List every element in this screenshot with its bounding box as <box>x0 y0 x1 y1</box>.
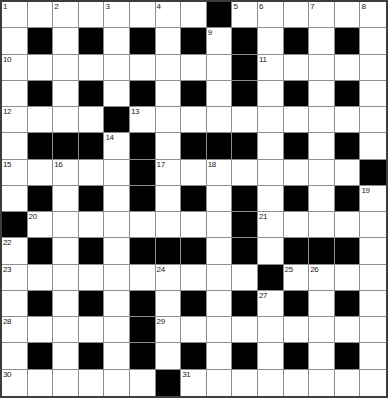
black-cell <box>28 81 54 107</box>
white-cell[interactable] <box>207 212 233 238</box>
white-cell[interactable] <box>2 343 28 369</box>
white-cell[interactable] <box>104 186 130 212</box>
white-cell[interactable] <box>207 317 233 343</box>
white-cell[interactable]: 5 <box>232 2 258 28</box>
white-cell[interactable]: 7 <box>309 2 335 28</box>
white-cell[interactable]: 9 <box>207 28 233 54</box>
white-cell[interactable] <box>130 55 156 81</box>
white-cell[interactable] <box>104 291 130 317</box>
white-cell[interactable] <box>258 28 284 54</box>
white-cell[interactable] <box>181 160 207 186</box>
clue-number: 30 <box>3 370 11 379</box>
black-cell <box>130 133 156 159</box>
white-cell[interactable] <box>53 238 79 264</box>
black-cell <box>53 133 79 159</box>
white-cell[interactable] <box>309 160 335 186</box>
white-cell[interactable] <box>335 55 361 81</box>
white-cell[interactable] <box>258 238 284 264</box>
white-cell[interactable] <box>360 55 386 81</box>
clue-number: 22 <box>3 238 11 247</box>
black-cell <box>309 238 335 264</box>
clue-number: 1 <box>3 2 7 11</box>
white-cell[interactable] <box>28 107 54 133</box>
white-cell[interactable] <box>309 317 335 343</box>
black-cell <box>232 343 258 369</box>
white-cell[interactable] <box>258 343 284 369</box>
black-cell <box>28 291 54 317</box>
white-cell[interactable] <box>309 55 335 81</box>
white-cell[interactable] <box>156 186 182 212</box>
white-cell[interactable] <box>130 212 156 238</box>
clue-number: 24 <box>157 265 165 274</box>
white-cell[interactable] <box>53 291 79 317</box>
black-cell <box>207 2 233 28</box>
white-cell[interactable] <box>360 81 386 107</box>
white-cell[interactable] <box>53 212 79 238</box>
black-cell <box>232 291 258 317</box>
white-cell[interactable] <box>309 28 335 54</box>
white-cell[interactable] <box>284 370 310 396</box>
black-cell <box>181 28 207 54</box>
black-cell <box>232 212 258 238</box>
clue-number: 8 <box>361 2 365 11</box>
black-cell <box>284 343 310 369</box>
black-cell <box>335 186 361 212</box>
white-cell[interactable]: 11 <box>258 55 284 81</box>
white-cell[interactable] <box>207 343 233 369</box>
white-cell[interactable]: 13 <box>130 107 156 133</box>
white-cell[interactable] <box>309 343 335 369</box>
white-cell[interactable] <box>258 160 284 186</box>
white-cell[interactable] <box>53 265 79 291</box>
crossword-grid: 1234567891011121314151617181920212223242… <box>0 0 388 398</box>
white-cell[interactable] <box>309 212 335 238</box>
white-cell[interactable] <box>156 212 182 238</box>
white-cell[interactable] <box>258 81 284 107</box>
clue-number: 17 <box>157 160 165 169</box>
white-cell[interactable]: 31 <box>181 370 207 396</box>
black-cell <box>28 28 54 54</box>
clue-number: 21 <box>259 212 267 221</box>
white-cell[interactable]: 20 <box>28 212 54 238</box>
black-cell <box>284 28 310 54</box>
black-cell <box>130 291 156 317</box>
white-cell[interactable] <box>28 55 54 81</box>
clue-number: 15 <box>3 160 11 169</box>
black-cell <box>104 107 130 133</box>
white-cell[interactable] <box>207 370 233 396</box>
white-cell[interactable] <box>104 317 130 343</box>
white-cell[interactable] <box>156 28 182 54</box>
white-cell[interactable] <box>258 133 284 159</box>
black-cell <box>130 28 156 54</box>
white-cell[interactable] <box>309 81 335 107</box>
white-cell[interactable] <box>53 107 79 133</box>
white-cell[interactable] <box>181 317 207 343</box>
white-cell[interactable] <box>2 186 28 212</box>
white-cell[interactable] <box>181 55 207 81</box>
black-cell <box>130 238 156 264</box>
white-cell[interactable] <box>79 370 105 396</box>
white-cell[interactable] <box>53 343 79 369</box>
white-cell[interactable]: 19 <box>360 186 386 212</box>
white-cell[interactable] <box>104 55 130 81</box>
white-cell[interactable] <box>335 2 361 28</box>
white-cell[interactable] <box>2 28 28 54</box>
white-cell[interactable] <box>335 265 361 291</box>
white-cell[interactable] <box>258 107 284 133</box>
white-cell[interactable] <box>79 212 105 238</box>
white-cell[interactable] <box>258 317 284 343</box>
black-cell <box>284 291 310 317</box>
white-cell[interactable] <box>104 343 130 369</box>
clue-number: 16 <box>54 160 62 169</box>
white-cell[interactable] <box>28 2 54 28</box>
black-cell <box>28 133 54 159</box>
white-cell[interactable] <box>207 81 233 107</box>
white-cell[interactable]: 6 <box>258 2 284 28</box>
white-cell[interactable] <box>360 265 386 291</box>
clue-number: 9 <box>208 28 212 37</box>
white-cell[interactable] <box>207 291 233 317</box>
white-cell[interactable]: 27 <box>258 291 284 317</box>
white-cell[interactable] <box>232 317 258 343</box>
black-cell <box>181 133 207 159</box>
clue-number: 13 <box>131 107 139 116</box>
black-cell <box>130 81 156 107</box>
black-cell <box>79 28 105 54</box>
clue-number: 19 <box>361 186 369 195</box>
white-cell[interactable] <box>360 317 386 343</box>
black-cell <box>335 343 361 369</box>
clue-number: 26 <box>310 265 318 274</box>
white-cell[interactable]: 18 <box>207 160 233 186</box>
clue-number: 5 <box>233 2 237 11</box>
clue-number: 25 <box>285 265 293 274</box>
white-cell[interactable]: 29 <box>156 317 182 343</box>
black-cell <box>79 133 105 159</box>
black-cell <box>156 370 182 396</box>
black-cell <box>79 81 105 107</box>
black-cell <box>130 317 156 343</box>
white-cell[interactable]: 16 <box>53 160 79 186</box>
black-cell <box>284 238 310 264</box>
black-cell <box>79 186 105 212</box>
white-cell[interactable]: 25 <box>284 265 310 291</box>
black-cell <box>79 238 105 264</box>
white-cell[interactable] <box>28 265 54 291</box>
black-cell <box>207 133 233 159</box>
white-cell[interactable] <box>130 2 156 28</box>
white-cell[interactable] <box>232 265 258 291</box>
white-cell[interactable] <box>53 28 79 54</box>
clue-number: 28 <box>3 317 11 326</box>
white-cell[interactable] <box>360 370 386 396</box>
white-cell[interactable] <box>284 317 310 343</box>
white-cell[interactable] <box>53 186 79 212</box>
white-cell[interactable] <box>207 186 233 212</box>
white-cell[interactable] <box>181 2 207 28</box>
white-cell[interactable]: 12 <box>2 107 28 133</box>
white-cell[interactable] <box>335 370 361 396</box>
clue-number: 7 <box>310 2 314 11</box>
white-cell[interactable] <box>360 28 386 54</box>
white-cell[interactable] <box>232 160 258 186</box>
white-cell[interactable] <box>156 107 182 133</box>
white-cell[interactable] <box>309 107 335 133</box>
white-cell[interactable]: 8 <box>360 2 386 28</box>
white-cell[interactable] <box>53 55 79 81</box>
white-cell[interactable] <box>53 317 79 343</box>
black-cell <box>28 238 54 264</box>
white-cell[interactable] <box>28 370 54 396</box>
clue-number: 3 <box>105 2 109 11</box>
white-cell[interactable]: 23 <box>2 265 28 291</box>
white-cell[interactable] <box>335 317 361 343</box>
white-cell[interactable] <box>258 370 284 396</box>
white-cell[interactable] <box>360 238 386 264</box>
white-cell[interactable] <box>232 370 258 396</box>
white-cell[interactable]: 17 <box>156 160 182 186</box>
white-cell[interactable] <box>232 107 258 133</box>
black-cell <box>335 291 361 317</box>
white-cell[interactable] <box>2 291 28 317</box>
white-cell[interactable] <box>181 212 207 238</box>
black-cell <box>79 291 105 317</box>
clue-number: 23 <box>3 265 11 274</box>
white-cell[interactable] <box>2 81 28 107</box>
white-cell[interactable] <box>284 55 310 81</box>
clue-number: 11 <box>259 55 267 64</box>
white-cell[interactable] <box>28 160 54 186</box>
white-cell[interactable] <box>156 291 182 317</box>
white-cell[interactable] <box>309 186 335 212</box>
black-cell <box>130 160 156 186</box>
black-cell <box>28 186 54 212</box>
white-cell[interactable] <box>53 370 79 396</box>
white-cell[interactable] <box>130 370 156 396</box>
white-cell[interactable] <box>79 55 105 81</box>
black-cell <box>232 55 258 81</box>
black-cell <box>181 291 207 317</box>
white-cell[interactable] <box>207 238 233 264</box>
white-cell[interactable] <box>28 317 54 343</box>
black-cell <box>28 343 54 369</box>
clue-number: 10 <box>3 55 11 64</box>
black-cell <box>284 133 310 159</box>
black-cell <box>181 81 207 107</box>
black-cell <box>258 265 284 291</box>
black-cell <box>156 238 182 264</box>
white-cell[interactable] <box>309 133 335 159</box>
black-cell <box>232 186 258 212</box>
white-cell[interactable] <box>207 265 233 291</box>
black-cell <box>335 28 361 54</box>
white-cell[interactable] <box>156 343 182 369</box>
white-cell[interactable]: 15 <box>2 160 28 186</box>
black-cell <box>232 133 258 159</box>
clue-number: 27 <box>259 291 267 300</box>
clue-number: 6 <box>259 2 263 11</box>
white-cell[interactable] <box>104 160 130 186</box>
white-cell[interactable] <box>104 265 130 291</box>
white-cell[interactable] <box>104 370 130 396</box>
white-cell[interactable] <box>156 81 182 107</box>
white-cell[interactable] <box>360 343 386 369</box>
white-cell[interactable]: 14 <box>104 133 130 159</box>
clue-number: 12 <box>3 107 11 116</box>
white-cell[interactable] <box>207 107 233 133</box>
white-cell[interactable] <box>360 107 386 133</box>
clue-number: 31 <box>182 370 190 379</box>
white-cell[interactable] <box>309 370 335 396</box>
black-cell <box>79 343 105 369</box>
white-cell[interactable] <box>284 107 310 133</box>
white-cell[interactable] <box>284 2 310 28</box>
white-cell[interactable]: 2 <box>53 2 79 28</box>
white-cell[interactable]: 1 <box>2 2 28 28</box>
black-cell <box>181 186 207 212</box>
white-cell[interactable] <box>156 55 182 81</box>
white-cell[interactable]: 28 <box>2 317 28 343</box>
black-cell <box>284 81 310 107</box>
white-cell[interactable] <box>104 212 130 238</box>
white-cell[interactable] <box>79 317 105 343</box>
white-cell[interactable] <box>335 212 361 238</box>
white-cell[interactable] <box>207 55 233 81</box>
white-cell[interactable] <box>79 265 105 291</box>
black-cell <box>335 81 361 107</box>
white-cell[interactable] <box>360 212 386 238</box>
white-cell[interactable] <box>104 28 130 54</box>
white-cell[interactable]: 10 <box>2 55 28 81</box>
white-cell[interactable]: 30 <box>2 370 28 396</box>
black-cell <box>360 160 386 186</box>
white-cell[interactable] <box>258 186 284 212</box>
clue-number: 14 <box>105 133 113 142</box>
white-cell[interactable] <box>181 107 207 133</box>
white-cell[interactable]: 21 <box>258 212 284 238</box>
white-cell[interactable] <box>79 107 105 133</box>
white-cell[interactable] <box>104 81 130 107</box>
black-cell <box>181 238 207 264</box>
black-cell <box>335 238 361 264</box>
black-cell <box>284 186 310 212</box>
white-cell[interactable] <box>360 133 386 159</box>
white-cell[interactable] <box>79 160 105 186</box>
white-cell[interactable] <box>335 160 361 186</box>
white-cell[interactable] <box>181 265 207 291</box>
white-cell[interactable]: 4 <box>156 2 182 28</box>
clue-number: 18 <box>208 160 216 169</box>
white-cell[interactable] <box>335 107 361 133</box>
white-cell[interactable] <box>284 160 310 186</box>
white-cell[interactable]: 3 <box>104 2 130 28</box>
black-cell <box>232 28 258 54</box>
white-cell[interactable]: 26 <box>309 265 335 291</box>
clue-number: 29 <box>157 317 165 326</box>
clue-number: 4 <box>157 2 161 11</box>
black-cell <box>130 186 156 212</box>
white-cell[interactable]: 24 <box>156 265 182 291</box>
white-cell[interactable]: 22 <box>2 238 28 264</box>
white-cell[interactable] <box>130 265 156 291</box>
black-cell <box>335 133 361 159</box>
white-cell[interactable] <box>104 238 130 264</box>
white-cell[interactable] <box>309 291 335 317</box>
black-cell <box>2 212 28 238</box>
white-cell[interactable] <box>79 2 105 28</box>
white-cell[interactable] <box>2 133 28 159</box>
white-cell[interactable] <box>156 133 182 159</box>
clue-number: 2 <box>54 2 58 11</box>
white-cell[interactable] <box>284 212 310 238</box>
black-cell <box>232 238 258 264</box>
clue-number: 20 <box>29 212 37 221</box>
black-cell <box>232 81 258 107</box>
white-cell[interactable] <box>53 81 79 107</box>
white-cell[interactable] <box>360 291 386 317</box>
black-cell <box>181 343 207 369</box>
black-cell <box>130 343 156 369</box>
